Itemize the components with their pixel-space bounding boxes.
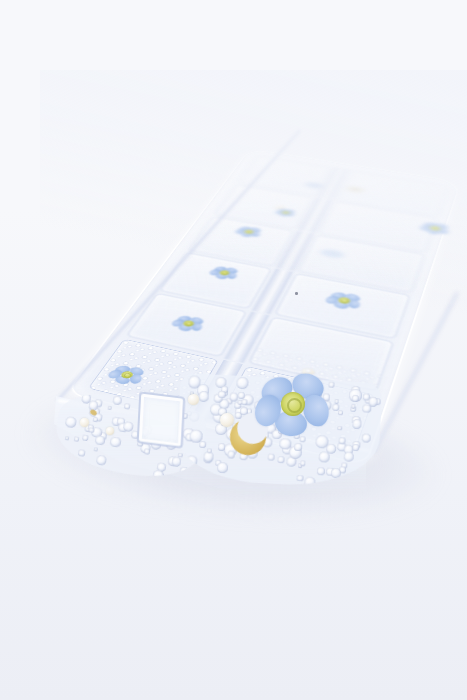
dust-speck — [295, 292, 298, 295]
bubble-bead — [236, 377, 249, 390]
product-photo — [0, 0, 467, 700]
bubble-bead — [316, 467, 325, 476]
bubble-bead — [319, 451, 330, 462]
bubble-bead — [74, 437, 79, 442]
bubble-bead — [77, 449, 85, 457]
bubble-bead — [93, 417, 99, 423]
bubble-bead — [242, 399, 248, 405]
bubble-bead — [65, 436, 70, 441]
bubble-bead — [297, 475, 303, 481]
bubble-bead — [198, 391, 209, 402]
bubble-bead — [337, 426, 342, 431]
bubble-bead — [171, 456, 182, 467]
bubble-bead — [343, 452, 354, 463]
bubble-bead — [110, 436, 122, 448]
bubble-bead — [332, 403, 339, 410]
bubble-bead — [294, 443, 302, 451]
flower-charm — [418, 220, 452, 237]
bubble-bead — [277, 456, 284, 463]
bubble-bead — [124, 403, 131, 410]
bubble-bead — [95, 435, 106, 446]
bubble-bead — [112, 395, 123, 406]
bubble-bead — [361, 434, 371, 444]
bubble-bead — [338, 437, 345, 444]
pearl — [106, 427, 114, 435]
bubble-bead — [206, 448, 211, 453]
flower-charm — [274, 208, 297, 219]
bubble-bead — [108, 405, 113, 410]
bubble-bead — [228, 451, 236, 459]
bubble-bead — [368, 396, 378, 406]
pearl — [80, 418, 89, 427]
bubble-bead — [94, 447, 99, 452]
bubble-bead — [199, 441, 206, 448]
flower-charm — [104, 363, 150, 388]
blurred-flower-blob — [319, 248, 345, 259]
bubble-bead — [351, 404, 356, 409]
pearl — [188, 394, 199, 405]
flower-charm — [168, 314, 208, 335]
flower-charm-large — [254, 374, 332, 438]
bubble-bead — [218, 390, 226, 398]
flower-charm — [323, 290, 365, 313]
bubble-bead — [352, 419, 362, 429]
lid-latch-tab — [137, 391, 186, 448]
bubble-bead — [268, 453, 275, 460]
bubble-bead — [65, 416, 77, 428]
blurred-pearl-blob — [346, 186, 363, 193]
bubble-bead — [300, 460, 306, 466]
flower-charm — [233, 225, 264, 240]
bubble-bead — [82, 435, 88, 441]
bubble-bead — [218, 443, 226, 451]
bubble-bead — [96, 455, 107, 466]
bubble-bead — [338, 410, 343, 415]
bubble-bead — [216, 461, 227, 472]
pearl — [220, 413, 234, 427]
flower-charm — [207, 265, 242, 283]
